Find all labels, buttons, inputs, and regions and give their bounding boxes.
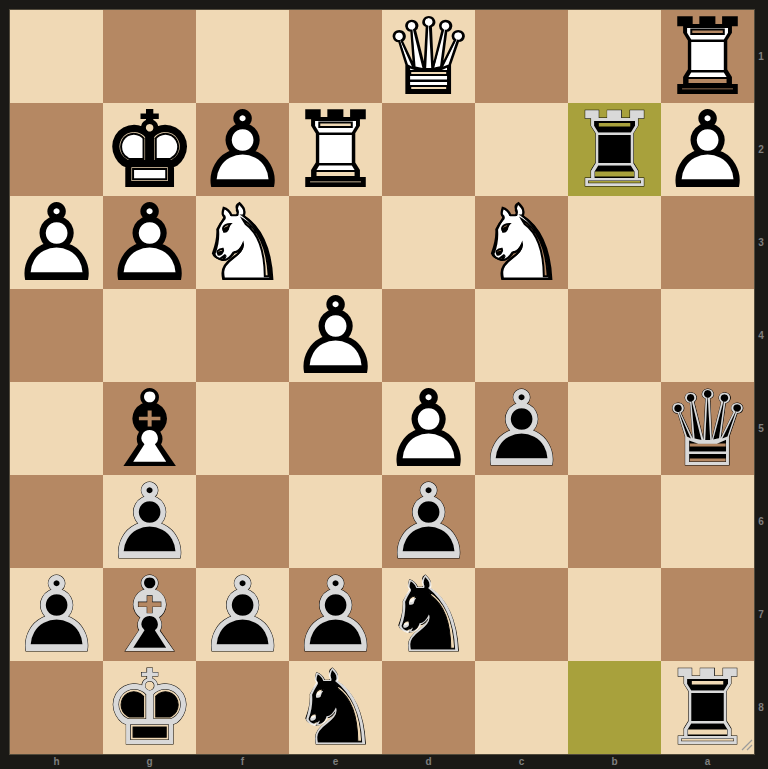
- square-c6[interactable]: [475, 475, 568, 568]
- chess-board: ♛♕♜♖♚♔♟♙♜♖♜♖♟♙♟♙♟♙♞♘♞♘♟♙♝♗♟♙♟♙♛♕♟♙♟♙♟♙♝♗…: [10, 10, 754, 754]
- square-h8[interactable]: [10, 661, 103, 754]
- piece-black-rook[interactable]: ♜♖: [568, 103, 661, 196]
- piece-glyph-top: ♕: [661, 382, 754, 475]
- piece-white-rook[interactable]: ♜♖: [289, 103, 382, 196]
- square-a2[interactable]: ♟♙: [661, 103, 754, 196]
- square-h7[interactable]: ♟♙: [10, 568, 103, 661]
- square-c2[interactable]: [475, 103, 568, 196]
- piece-glyph-base: ♟: [661, 103, 754, 196]
- file-label-d: d: [382, 754, 475, 769]
- square-f7[interactable]: ♟♙: [196, 568, 289, 661]
- square-a4[interactable]: [661, 289, 754, 382]
- piece-white-pawn[interactable]: ♟♙: [382, 382, 475, 475]
- square-e5[interactable]: [289, 382, 382, 475]
- square-f8[interactable]: [196, 661, 289, 754]
- piece-glyph-top: ♘: [475, 196, 568, 289]
- piece-white-pawn[interactable]: ♟♙: [103, 196, 196, 289]
- piece-glyph-base: ♞: [475, 196, 568, 289]
- piece-glyph-top: ♙: [196, 103, 289, 196]
- square-d3[interactable]: [382, 196, 475, 289]
- piece-black-pawn[interactable]: ♟♙: [10, 568, 103, 661]
- square-b7[interactable]: [568, 568, 661, 661]
- piece-glyph-top: ♙: [10, 568, 103, 661]
- square-g6[interactable]: ♟♙: [103, 475, 196, 568]
- square-f2[interactable]: ♟♙: [196, 103, 289, 196]
- piece-white-pawn[interactable]: ♟♙: [10, 196, 103, 289]
- square-h1[interactable]: [10, 10, 103, 103]
- piece-glyph-base: ♛: [661, 382, 754, 475]
- piece-glyph-top: ♙: [103, 196, 196, 289]
- square-d2[interactable]: [382, 103, 475, 196]
- rank-label-5: 5: [754, 382, 768, 475]
- square-c1[interactable]: [475, 10, 568, 103]
- rank-label-6: 6: [754, 475, 768, 568]
- piece-glyph-base: ♟: [10, 568, 103, 661]
- square-c5[interactable]: ♟♙: [475, 382, 568, 475]
- square-c8[interactable]: [475, 661, 568, 754]
- piece-glyph-top: ♔: [103, 661, 196, 754]
- square-g4[interactable]: [103, 289, 196, 382]
- page-background: ♛♕♜♖♚♔♟♙♜♖♜♖♟♙♟♙♟♙♞♘♞♘♟♙♝♗♟♙♟♙♛♕♟♙♟♙♟♙♝♗…: [0, 0, 768, 769]
- piece-glyph-top: ♙: [103, 475, 196, 568]
- square-e7[interactable]: ♟♙: [289, 568, 382, 661]
- square-g7[interactable]: ♝♗: [103, 568, 196, 661]
- file-label-e: e: [289, 754, 382, 769]
- rank-label-8: 8: [754, 661, 768, 754]
- piece-glyph-base: ♟: [475, 382, 568, 475]
- square-e4[interactable]: ♟♙: [289, 289, 382, 382]
- piece-black-king[interactable]: ♚♔: [103, 661, 196, 754]
- rank-labels: 12345678: [754, 10, 768, 754]
- piece-black-knight[interactable]: ♞♘: [289, 661, 382, 754]
- piece-white-rook[interactable]: ♜♖: [661, 10, 754, 103]
- piece-glyph-top: ♖: [661, 10, 754, 103]
- piece-black-pawn[interactable]: ♟♙: [382, 475, 475, 568]
- piece-glyph-base: ♜: [568, 103, 661, 196]
- square-f4[interactable]: [196, 289, 289, 382]
- square-h3[interactable]: ♟♙: [10, 196, 103, 289]
- piece-black-pawn[interactable]: ♟♙: [196, 568, 289, 661]
- piece-glyph-top: ♙: [475, 382, 568, 475]
- square-a3[interactable]: [661, 196, 754, 289]
- square-h4[interactable]: [10, 289, 103, 382]
- square-b6[interactable]: [568, 475, 661, 568]
- file-label-b: b: [568, 754, 661, 769]
- piece-glyph-base: ♞: [196, 196, 289, 289]
- rank-label-4: 4: [754, 289, 768, 382]
- piece-white-pawn[interactable]: ♟♙: [289, 289, 382, 382]
- piece-white-bishop[interactable]: ♝♗: [103, 382, 196, 475]
- rank-label-1: 1: [754, 10, 768, 103]
- file-label-g: g: [103, 754, 196, 769]
- square-e6[interactable]: [289, 475, 382, 568]
- piece-glyph-base: ♟: [196, 103, 289, 196]
- piece-white-knight[interactable]: ♞♘: [196, 196, 289, 289]
- piece-black-queen[interactable]: ♛♕: [661, 382, 754, 475]
- piece-glyph-base: ♚: [103, 661, 196, 754]
- piece-glyph-top: ♗: [103, 568, 196, 661]
- piece-black-pawn[interactable]: ♟♙: [103, 475, 196, 568]
- piece-glyph-base: ♟: [103, 475, 196, 568]
- square-h2[interactable]: [10, 103, 103, 196]
- rank-label-2: 2: [754, 103, 768, 196]
- file-labels: hgfedcba: [10, 754, 754, 769]
- piece-black-pawn[interactable]: ♟♙: [475, 382, 568, 475]
- square-f6[interactable]: [196, 475, 289, 568]
- square-f5[interactable]: [196, 382, 289, 475]
- piece-glyph-base: ♟: [382, 382, 475, 475]
- rank-label-7: 7: [754, 568, 768, 661]
- square-g2[interactable]: ♚♔: [103, 103, 196, 196]
- square-f1[interactable]: [196, 10, 289, 103]
- piece-glyph-top: ♙: [661, 103, 754, 196]
- square-g8[interactable]: ♚♔: [103, 661, 196, 754]
- square-d8[interactable]: [382, 661, 475, 754]
- square-g1[interactable]: [103, 10, 196, 103]
- square-b1[interactable]: [568, 10, 661, 103]
- piece-glyph-base: ♝: [103, 568, 196, 661]
- square-d1[interactable]: ♛♕: [382, 10, 475, 103]
- square-e3[interactable]: [289, 196, 382, 289]
- piece-glyph-base: ♟: [289, 568, 382, 661]
- square-b3[interactable]: [568, 196, 661, 289]
- file-label-h: h: [10, 754, 103, 769]
- piece-glyph-top: ♙: [10, 196, 103, 289]
- square-d6[interactable]: ♟♙: [382, 475, 475, 568]
- piece-glyph-top: ♖: [289, 103, 382, 196]
- square-c7[interactable]: [475, 568, 568, 661]
- piece-glyph-base: ♟: [196, 568, 289, 661]
- piece-glyph-base: ♜: [289, 103, 382, 196]
- square-a5[interactable]: ♛♕: [661, 382, 754, 475]
- piece-glyph-top: ♗: [103, 382, 196, 475]
- piece-glyph-base: ♚: [103, 103, 196, 196]
- square-h6[interactable]: [10, 475, 103, 568]
- piece-glyph-top: ♙: [289, 289, 382, 382]
- square-d5[interactable]: ♟♙: [382, 382, 475, 475]
- square-b5[interactable]: [568, 382, 661, 475]
- file-label-f: f: [196, 754, 289, 769]
- file-label-a: a: [661, 754, 754, 769]
- piece-glyph-base: ♞: [289, 661, 382, 754]
- piece-glyph-top: ♖: [568, 103, 661, 196]
- piece-white-pawn[interactable]: ♟♙: [661, 103, 754, 196]
- square-e2[interactable]: ♜♖: [289, 103, 382, 196]
- square-a7[interactable]: [661, 568, 754, 661]
- piece-glyph-base: ♞: [382, 568, 475, 661]
- piece-glyph-base: ♝: [103, 382, 196, 475]
- piece-black-pawn[interactable]: ♟♙: [289, 568, 382, 661]
- piece-white-king[interactable]: ♚♔: [103, 103, 196, 196]
- square-f3[interactable]: ♞♘: [196, 196, 289, 289]
- square-a6[interactable]: [661, 475, 754, 568]
- piece-glyph-top: ♙: [382, 475, 475, 568]
- square-b4[interactable]: [568, 289, 661, 382]
- piece-glyph-top: ♕: [382, 10, 475, 103]
- square-b2[interactable]: ♜♖: [568, 103, 661, 196]
- piece-glyph-top: ♘: [196, 196, 289, 289]
- square-e1[interactable]: [289, 10, 382, 103]
- square-g3[interactable]: ♟♙: [103, 196, 196, 289]
- rank-label-3: 3: [754, 196, 768, 289]
- resize-handle-icon[interactable]: [741, 739, 753, 751]
- piece-black-bishop[interactable]: ♝♗: [103, 568, 196, 661]
- piece-white-queen[interactable]: ♛♕: [382, 10, 475, 103]
- piece-glyph-base: ♜: [661, 10, 754, 103]
- piece-glyph-top: ♔: [103, 103, 196, 196]
- square-c4[interactable]: [475, 289, 568, 382]
- square-e8[interactable]: ♞♘: [289, 661, 382, 754]
- square-h5[interactable]: [10, 382, 103, 475]
- piece-glyph-base: ♟: [289, 289, 382, 382]
- piece-white-pawn[interactable]: ♟♙: [196, 103, 289, 196]
- square-b8[interactable]: [568, 661, 661, 754]
- piece-glyph-base: ♛: [382, 10, 475, 103]
- piece-glyph-top: ♙: [196, 568, 289, 661]
- square-d7[interactable]: ♞♘: [382, 568, 475, 661]
- file-label-c: c: [475, 754, 568, 769]
- piece-glyph-top: ♘: [382, 568, 475, 661]
- piece-glyph-base: ♟: [10, 196, 103, 289]
- square-d4[interactable]: [382, 289, 475, 382]
- piece-glyph-top: ♙: [289, 568, 382, 661]
- piece-glyph-base: ♟: [103, 196, 196, 289]
- piece-glyph-base: ♟: [382, 475, 475, 568]
- square-c3[interactable]: ♞♘: [475, 196, 568, 289]
- piece-black-knight[interactable]: ♞♘: [382, 568, 475, 661]
- square-g5[interactable]: ♝♗: [103, 382, 196, 475]
- piece-glyph-top: ♙: [382, 382, 475, 475]
- piece-glyph-top: ♘: [289, 661, 382, 754]
- piece-white-knight[interactable]: ♞♘: [475, 196, 568, 289]
- square-a1[interactable]: ♜♖: [661, 10, 754, 103]
